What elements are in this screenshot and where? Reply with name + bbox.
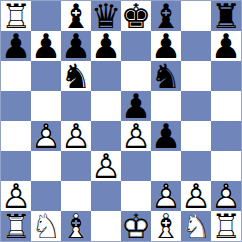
piece-black-knight-f6[interactable]: ♞ [151, 61, 181, 91]
white-piece-outline-glyph: ♔ [121, 211, 151, 241]
piece-black-king-e8[interactable]: ♚ [121, 1, 151, 31]
square-a7[interactable]: ♟ [1, 31, 31, 61]
square-d2[interactable] [91, 181, 121, 211]
square-c4[interactable]: ♟♙ [61, 121, 91, 151]
square-g8[interactable] [181, 1, 211, 31]
white-piece-outline-glyph: ♖ [1, 211, 31, 241]
square-b6[interactable] [31, 61, 61, 91]
square-g1[interactable]: ♞♘ [181, 211, 211, 241]
square-e1[interactable]: ♚♔ [121, 211, 151, 241]
piece-white-pawn-d3[interactable]: ♟♙ [91, 151, 121, 181]
piece-black-pawn-a7[interactable]: ♟ [1, 31, 31, 61]
piece-white-knight-g1[interactable]: ♞♘ [181, 211, 211, 241]
square-a4[interactable] [1, 121, 31, 151]
square-b4[interactable]: ♟♙ [31, 121, 61, 151]
square-a5[interactable] [1, 91, 31, 121]
white-piece-outline-glyph: ♙ [61, 121, 91, 151]
square-f6[interactable]: ♞ [151, 61, 181, 91]
white-piece-outline-glyph: ♗ [151, 211, 181, 241]
piece-black-pawn-f4[interactable]: ♟ [151, 121, 181, 151]
white-piece-outline-glyph: ♙ [31, 121, 61, 151]
piece-white-pawn-c4[interactable]: ♟♙ [61, 121, 91, 151]
chess-board: ♜♖♝♛♚♝♜♟♟♟♟♟♟♞♞♟♟♙♟♙♟♙♟♟♙♟♙♟♙♟♙♟♙♜♖♞♘♝♗♚… [0, 0, 242, 242]
square-h1[interactable]: ♜♖ [211, 211, 241, 241]
square-a6[interactable] [1, 61, 31, 91]
square-h4[interactable] [211, 121, 241, 151]
square-d7[interactable]: ♟ [91, 31, 121, 61]
square-d3[interactable]: ♟♙ [91, 151, 121, 181]
white-piece-outline-glyph: ♘ [181, 211, 211, 241]
square-d6[interactable] [91, 61, 121, 91]
square-b7[interactable]: ♟ [31, 31, 61, 61]
piece-black-pawn-h7[interactable]: ♟ [211, 31, 241, 61]
white-piece-outline-glyph: ♙ [121, 121, 151, 151]
white-piece-outline-glyph: ♖ [211, 211, 241, 241]
square-h6[interactable] [211, 61, 241, 91]
square-a1[interactable]: ♜♖ [1, 211, 31, 241]
piece-white-king-e1[interactable]: ♚♔ [121, 211, 151, 241]
square-e7[interactable] [121, 31, 151, 61]
square-c6[interactable]: ♞ [61, 61, 91, 91]
square-d1[interactable] [91, 211, 121, 241]
piece-black-pawn-b7[interactable]: ♟ [31, 31, 61, 61]
square-h7[interactable]: ♟ [211, 31, 241, 61]
square-c1[interactable]: ♝♗ [61, 211, 91, 241]
square-e3[interactable] [121, 151, 151, 181]
piece-black-knight-c6[interactable]: ♞ [61, 61, 91, 91]
white-piece-outline-glyph: ♘ [31, 211, 61, 241]
square-c3[interactable] [61, 151, 91, 181]
piece-white-bishop-c1[interactable]: ♝♗ [61, 211, 91, 241]
square-g7[interactable] [181, 31, 211, 61]
square-f1[interactable]: ♝♗ [151, 211, 181, 241]
piece-white-rook-a1[interactable]: ♜♖ [1, 211, 31, 241]
white-piece-outline-glyph: ♗ [61, 211, 91, 241]
white-piece-outline-glyph: ♙ [91, 151, 121, 181]
piece-white-knight-b1[interactable]: ♞♘ [31, 211, 61, 241]
square-g6[interactable] [181, 61, 211, 91]
piece-white-rook-h1[interactable]: ♜♖ [211, 211, 241, 241]
piece-black-pawn-d7[interactable]: ♟ [91, 31, 121, 61]
square-d5[interactable] [91, 91, 121, 121]
square-f4[interactable]: ♟ [151, 121, 181, 151]
square-b3[interactable] [31, 151, 61, 181]
square-g4[interactable] [181, 121, 211, 151]
piece-white-pawn-e4[interactable]: ♟♙ [121, 121, 151, 151]
square-h5[interactable] [211, 91, 241, 121]
square-e4[interactable]: ♟♙ [121, 121, 151, 151]
square-b1[interactable]: ♞♘ [31, 211, 61, 241]
square-e8[interactable]: ♚ [121, 1, 151, 31]
square-g5[interactable] [181, 91, 211, 121]
piece-white-pawn-b4[interactable]: ♟♙ [31, 121, 61, 151]
piece-white-bishop-f1[interactable]: ♝♗ [151, 211, 181, 241]
